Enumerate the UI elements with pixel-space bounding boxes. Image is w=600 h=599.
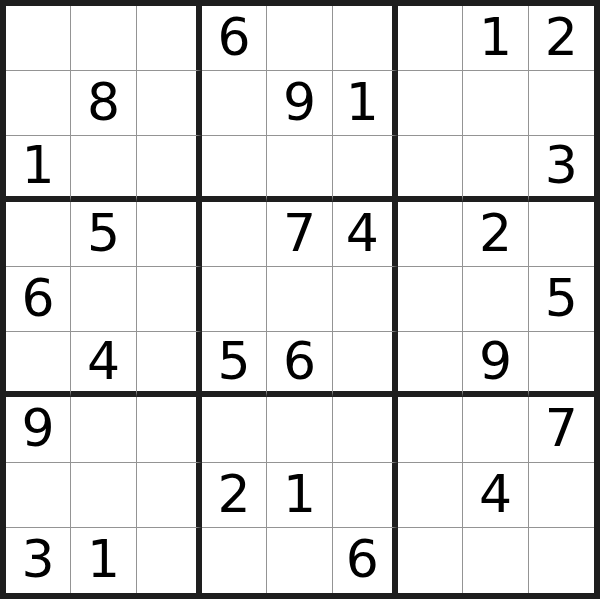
cell-r9c5[interactable]: [267, 528, 332, 593]
given-digit: 2: [479, 207, 512, 259]
cell-r6c8[interactable]: 9: [463, 332, 528, 397]
cell-r7c3[interactable]: [137, 397, 202, 462]
cell-r3c8[interactable]: [463, 136, 528, 201]
cell-r3c9[interactable]: 3: [529, 136, 594, 201]
given-digit: 1: [87, 533, 120, 585]
cell-r5c3[interactable]: [137, 267, 202, 332]
given-digit: 1: [479, 11, 512, 63]
given-digit: 6: [218, 11, 251, 63]
cell-r1c1[interactable]: [6, 6, 71, 71]
given-digit: 2: [545, 11, 578, 63]
given-digit: 4: [346, 207, 379, 259]
cell-r6c9[interactable]: [529, 332, 594, 397]
given-digit: 8: [87, 76, 120, 128]
cell-r9c9[interactable]: [529, 528, 594, 593]
cell-r1c3[interactable]: [137, 6, 202, 71]
given-digit: 5: [218, 335, 251, 387]
cell-r7c9[interactable]: 7: [529, 397, 594, 462]
cell-r4c3[interactable]: [137, 202, 202, 267]
cell-r7c6[interactable]: [333, 397, 398, 462]
cell-r9c3[interactable]: [137, 528, 202, 593]
cell-r5c2[interactable]: [71, 267, 136, 332]
cell-r4c4[interactable]: [202, 202, 267, 267]
given-digit: 1: [22, 139, 55, 191]
cell-r3c1[interactable]: 1: [6, 136, 71, 201]
cell-r9c7[interactable]: [398, 528, 463, 593]
cell-r6c6[interactable]: [333, 332, 398, 397]
cell-r7c1[interactable]: 9: [6, 397, 71, 462]
given-digit: 6: [346, 533, 379, 585]
cell-r7c2[interactable]: [71, 397, 136, 462]
cell-r2c3[interactable]: [137, 71, 202, 136]
cell-r1c9[interactable]: 2: [529, 6, 594, 71]
cell-r8c2[interactable]: [71, 463, 136, 528]
given-digit: 4: [87, 335, 120, 387]
cell-r4c2[interactable]: 5: [71, 202, 136, 267]
cell-r6c4[interactable]: 5: [202, 332, 267, 397]
cell-r3c6[interactable]: [333, 136, 398, 201]
cell-r5c5[interactable]: [267, 267, 332, 332]
cell-r1c8[interactable]: 1: [463, 6, 528, 71]
cell-r1c2[interactable]: [71, 6, 136, 71]
cell-r9c6[interactable]: 6: [333, 528, 398, 593]
cell-r6c7[interactable]: [398, 332, 463, 397]
cell-r7c4[interactable]: [202, 397, 267, 462]
cell-r4c8[interactable]: 2: [463, 202, 528, 267]
cell-r2c8[interactable]: [463, 71, 528, 136]
given-digit: 1: [283, 468, 316, 520]
cell-r5c9[interactable]: 5: [529, 267, 594, 332]
cell-r6c5[interactable]: 6: [267, 332, 332, 397]
cell-r6c1[interactable]: [6, 332, 71, 397]
cell-r3c3[interactable]: [137, 136, 202, 201]
cell-r8c6[interactable]: [333, 463, 398, 528]
cell-r2c5[interactable]: 9: [267, 71, 332, 136]
given-digit: 1: [346, 76, 379, 128]
given-digit: 3: [545, 139, 578, 191]
cell-r7c7[interactable]: [398, 397, 463, 462]
cell-r6c2[interactable]: 4: [71, 332, 136, 397]
cell-r3c2[interactable]: [71, 136, 136, 201]
given-digit: 9: [479, 335, 512, 387]
cell-r4c6[interactable]: 4: [333, 202, 398, 267]
cell-r8c3[interactable]: [137, 463, 202, 528]
cell-r9c8[interactable]: [463, 528, 528, 593]
cell-r2c6[interactable]: 1: [333, 71, 398, 136]
cell-r8c1[interactable]: [6, 463, 71, 528]
given-digit: 7: [283, 207, 316, 259]
cell-r8c7[interactable]: [398, 463, 463, 528]
given-digit: 5: [87, 207, 120, 259]
cell-r5c7[interactable]: [398, 267, 463, 332]
given-digit: 6: [283, 335, 316, 387]
cell-r2c2[interactable]: 8: [71, 71, 136, 136]
cell-r5c8[interactable]: [463, 267, 528, 332]
cell-r9c4[interactable]: [202, 528, 267, 593]
cell-r1c6[interactable]: [333, 6, 398, 71]
cell-r8c4[interactable]: 2: [202, 463, 267, 528]
cell-r5c1[interactable]: 6: [6, 267, 71, 332]
cell-r1c5[interactable]: [267, 6, 332, 71]
cell-r2c1[interactable]: [6, 71, 71, 136]
cell-r4c5[interactable]: 7: [267, 202, 332, 267]
given-digit: 5: [545, 272, 578, 324]
given-digit: 4: [479, 468, 512, 520]
cell-r4c1[interactable]: [6, 202, 71, 267]
cell-r8c5[interactable]: 1: [267, 463, 332, 528]
cell-r5c6[interactable]: [333, 267, 398, 332]
cell-r8c8[interactable]: 4: [463, 463, 528, 528]
sudoku-board: 61289113574265456997214316: [0, 0, 600, 599]
given-digit: 9: [283, 76, 316, 128]
given-digit: 2: [218, 468, 251, 520]
cell-r9c1[interactable]: 3: [6, 528, 71, 593]
given-digit: 6: [22, 272, 55, 324]
cell-r2c7[interactable]: [398, 71, 463, 136]
cell-r4c7[interactable]: [398, 202, 463, 267]
given-digit: 9: [22, 402, 55, 454]
cell-r2c9[interactable]: [529, 71, 594, 136]
cell-r2c4[interactable]: [202, 71, 267, 136]
cell-r6c3[interactable]: [137, 332, 202, 397]
cell-r3c7[interactable]: [398, 136, 463, 201]
given-digit: 7: [545, 402, 578, 454]
cell-r9c2[interactable]: 1: [71, 528, 136, 593]
cell-r1c7[interactable]: [398, 6, 463, 71]
cell-r3c4[interactable]: [202, 136, 267, 201]
cell-r1c4[interactable]: 6: [202, 6, 267, 71]
given-digit: 3: [22, 533, 55, 585]
cell-r5c4[interactable]: [202, 267, 267, 332]
cell-r8c9[interactable]: [529, 463, 594, 528]
cell-r7c5[interactable]: [267, 397, 332, 462]
cell-r4c9[interactable]: [529, 202, 594, 267]
cell-r7c8[interactable]: [463, 397, 528, 462]
cell-r3c5[interactable]: [267, 136, 332, 201]
